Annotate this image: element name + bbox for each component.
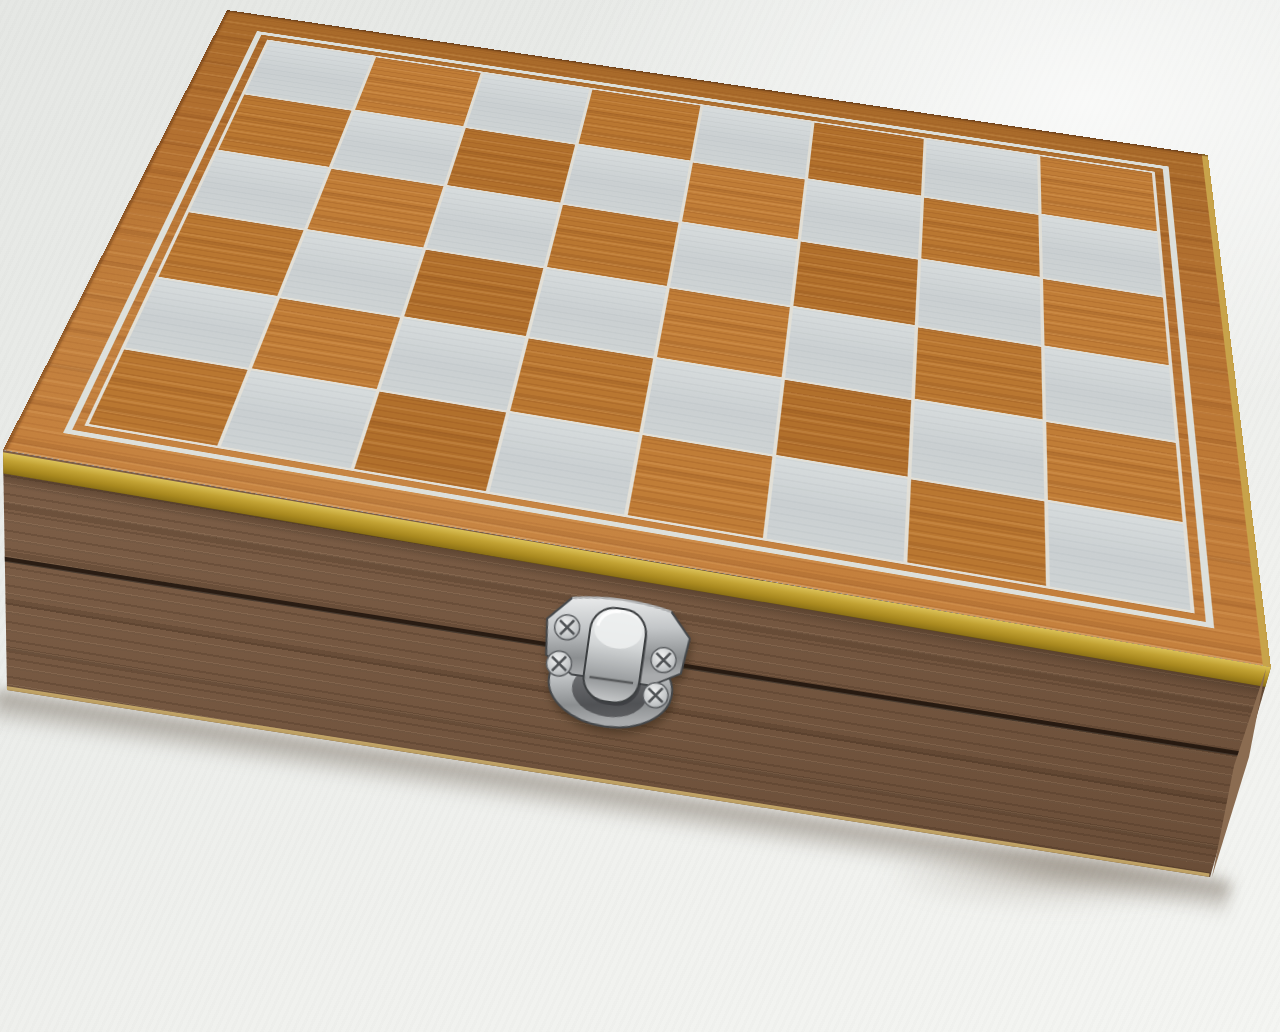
metal-clasp	[527, 584, 700, 740]
photo-scene	[0, 0, 1280, 1032]
